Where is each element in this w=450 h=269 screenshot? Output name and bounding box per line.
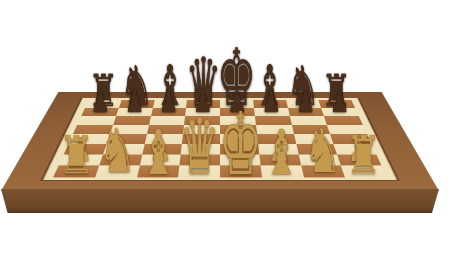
white-knight[interactable]: ♞ bbox=[304, 121, 342, 182]
white-bishop[interactable]: ♝ bbox=[264, 121, 300, 183]
white-king[interactable]: ♚ bbox=[219, 101, 262, 187]
white-rook[interactable]: ♜ bbox=[58, 129, 94, 181]
white-rook[interactable]: ♜ bbox=[346, 129, 382, 181]
white-queen[interactable]: ♛ bbox=[179, 109, 219, 186]
chess-photo-scene: ♜♞♝♛♚♝♞♜♟♟♟♟♟♟♟♟♟♟♟♟♟♟♟♟♜♞♝♛♚♝♞♜ bbox=[0, 0, 450, 269]
white-bishop[interactable]: ♝ bbox=[141, 121, 177, 183]
black-pawn[interactable]: ♟ bbox=[261, 87, 281, 117]
black-pawn[interactable]: ♟ bbox=[159, 87, 179, 117]
black-pawn[interactable]: ♟ bbox=[296, 87, 316, 117]
black-pawn[interactable]: ♟ bbox=[330, 87, 350, 117]
black-pawn[interactable]: ♟ bbox=[90, 87, 110, 117]
white-knight[interactable]: ♞ bbox=[99, 121, 137, 182]
black-pawn[interactable]: ♟ bbox=[125, 87, 145, 117]
